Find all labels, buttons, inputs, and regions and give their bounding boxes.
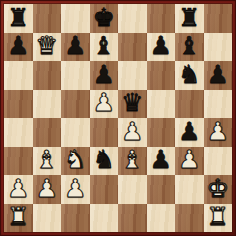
piece-black-knight: ♞ xyxy=(178,62,200,87)
square-h2[interactable]: ♚ xyxy=(204,175,233,204)
chess-diagram: ♜♚♜♟♛♟♝♟♝♟♞♟♟♛♟♟♟♝♞♞♝♟♟♟♟♟♚♜♜ xyxy=(0,0,236,236)
piece-white-pawn: ♟ xyxy=(178,147,200,172)
square-c2[interactable]: ♟ xyxy=(61,175,90,204)
square-a2[interactable]: ♟ xyxy=(4,175,33,204)
piece-white-king: ♚ xyxy=(207,176,229,201)
piece-white-pawn: ♟ xyxy=(64,176,86,201)
square-h7[interactable] xyxy=(204,33,233,62)
piece-black-bishop: ♝ xyxy=(93,33,115,58)
piece-black-pawn: ♟ xyxy=(150,147,172,172)
square-e4[interactable]: ♟ xyxy=(118,118,147,147)
square-b6[interactable] xyxy=(33,61,62,90)
square-d2[interactable] xyxy=(90,175,119,204)
square-c7[interactable]: ♟ xyxy=(61,33,90,62)
square-c5[interactable] xyxy=(61,90,90,119)
square-g7[interactable]: ♝ xyxy=(175,33,204,62)
piece-white-bishop: ♝ xyxy=(121,147,143,172)
square-b7[interactable]: ♛ xyxy=(33,33,62,62)
square-f2[interactable] xyxy=(147,175,176,204)
square-h1[interactable]: ♜ xyxy=(204,204,233,233)
square-c4[interactable] xyxy=(61,118,90,147)
square-g3[interactable]: ♟ xyxy=(175,147,204,176)
piece-white-pawn: ♟ xyxy=(36,176,58,201)
square-f1[interactable] xyxy=(147,204,176,233)
piece-white-pawn: ♟ xyxy=(93,90,115,115)
piece-black-queen: ♛ xyxy=(121,90,143,115)
piece-white-pawn: ♟ xyxy=(7,176,29,201)
piece-white-pawn: ♟ xyxy=(121,119,143,144)
square-c3[interactable]: ♞ xyxy=(61,147,90,176)
square-g2[interactable] xyxy=(175,175,204,204)
square-f8[interactable] xyxy=(147,4,176,33)
square-d7[interactable]: ♝ xyxy=(90,33,119,62)
piece-white-queen: ♛ xyxy=(36,33,58,58)
square-d3[interactable]: ♞ xyxy=(90,147,119,176)
square-e3[interactable]: ♝ xyxy=(118,147,147,176)
piece-black-pawn: ♟ xyxy=(178,119,200,144)
square-h5[interactable] xyxy=(204,90,233,119)
piece-white-rook: ♜ xyxy=(207,204,229,229)
square-f3[interactable]: ♟ xyxy=(147,147,176,176)
square-e1[interactable] xyxy=(118,204,147,233)
square-g6[interactable]: ♞ xyxy=(175,61,204,90)
square-c8[interactable] xyxy=(61,4,90,33)
board-frame: ♜♚♜♟♛♟♝♟♝♟♞♟♟♛♟♟♟♝♞♞♝♟♟♟♟♟♚♜♜ xyxy=(0,0,236,236)
square-d5[interactable]: ♟ xyxy=(90,90,119,119)
square-c6[interactable] xyxy=(61,61,90,90)
piece-black-pawn: ♟ xyxy=(64,33,86,58)
square-h6[interactable]: ♟ xyxy=(204,61,233,90)
square-g5[interactable] xyxy=(175,90,204,119)
square-c1[interactable] xyxy=(61,204,90,233)
piece-black-pawn: ♟ xyxy=(150,33,172,58)
piece-black-rook: ♜ xyxy=(178,5,200,30)
square-a4[interactable] xyxy=(4,118,33,147)
square-d4[interactable] xyxy=(90,118,119,147)
piece-white-pawn: ♟ xyxy=(207,119,229,144)
square-g4[interactable]: ♟ xyxy=(175,118,204,147)
square-a7[interactable]: ♟ xyxy=(4,33,33,62)
piece-black-bishop: ♝ xyxy=(178,33,200,58)
square-f5[interactable] xyxy=(147,90,176,119)
piece-black-rook: ♜ xyxy=(7,5,29,30)
piece-black-king: ♚ xyxy=(93,5,115,30)
piece-black-pawn: ♟ xyxy=(7,33,29,58)
piece-black-pawn: ♟ xyxy=(207,62,229,87)
square-e5[interactable]: ♛ xyxy=(118,90,147,119)
square-d1[interactable] xyxy=(90,204,119,233)
square-h3[interactable] xyxy=(204,147,233,176)
square-e2[interactable] xyxy=(118,175,147,204)
piece-white-rook: ♜ xyxy=(7,204,29,229)
chess-board: ♜♚♜♟♛♟♝♟♝♟♞♟♟♛♟♟♟♝♞♞♝♟♟♟♟♟♚♜♜ xyxy=(4,4,232,232)
square-e6[interactable] xyxy=(118,61,147,90)
square-b5[interactable] xyxy=(33,90,62,119)
square-g8[interactable]: ♜ xyxy=(175,4,204,33)
square-a1[interactable]: ♜ xyxy=(4,204,33,233)
square-e8[interactable] xyxy=(118,4,147,33)
square-d6[interactable]: ♟ xyxy=(90,61,119,90)
square-d8[interactable]: ♚ xyxy=(90,4,119,33)
square-f4[interactable] xyxy=(147,118,176,147)
square-b3[interactable]: ♝ xyxy=(33,147,62,176)
piece-black-knight: ♞ xyxy=(93,147,115,172)
piece-white-bishop: ♝ xyxy=(36,147,58,172)
square-f7[interactable]: ♟ xyxy=(147,33,176,62)
square-a3[interactable] xyxy=(4,147,33,176)
square-e7[interactable] xyxy=(118,33,147,62)
piece-black-pawn: ♟ xyxy=(93,62,115,87)
square-f6[interactable] xyxy=(147,61,176,90)
square-b4[interactable] xyxy=(33,118,62,147)
square-b8[interactable] xyxy=(33,4,62,33)
square-h8[interactable] xyxy=(204,4,233,33)
square-g1[interactable] xyxy=(175,204,204,233)
square-b2[interactable]: ♟ xyxy=(33,175,62,204)
square-b1[interactable] xyxy=(33,204,62,233)
square-a6[interactable] xyxy=(4,61,33,90)
square-a5[interactable] xyxy=(4,90,33,119)
square-a8[interactable]: ♜ xyxy=(4,4,33,33)
square-h4[interactable]: ♟ xyxy=(204,118,233,147)
piece-white-knight: ♞ xyxy=(64,147,86,172)
